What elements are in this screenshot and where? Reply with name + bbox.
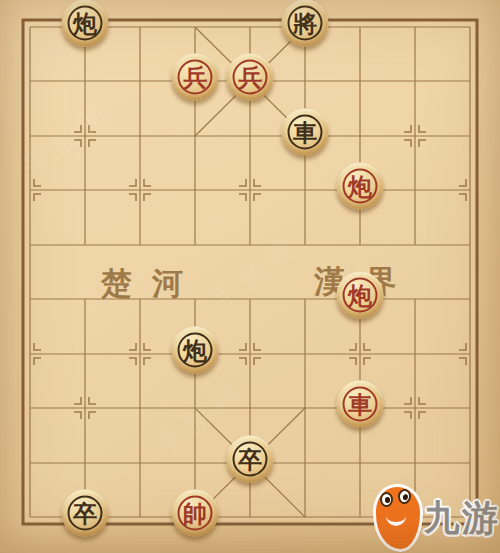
piece-red-chariot[interactable]: 車 <box>337 381 384 428</box>
piece-ring: 炮 <box>68 6 103 41</box>
mascot-left-eye-icon <box>380 492 393 507</box>
logo-text: 九游 <box>424 494 500 543</box>
piece-red-cannon[interactable]: 炮 <box>337 163 384 210</box>
piece-red-general[interactable]: 帥 <box>172 490 219 537</box>
piece-ring: 車 <box>288 115 323 150</box>
piece-red-cannon[interactable]: 炮 <box>337 272 384 319</box>
piece-ring: 帥 <box>178 496 213 531</box>
piece-glyph: 將 <box>293 11 317 35</box>
piece-black-cannon[interactable]: 炮 <box>62 0 109 47</box>
piece-glyph: 兵 <box>238 65 262 89</box>
piece-ring: 卒 <box>233 442 268 477</box>
piece-black-cannon[interactable]: 炮 <box>172 327 219 374</box>
piece-red-soldier[interactable]: 兵 <box>227 54 274 101</box>
piece-glyph: 兵 <box>183 65 207 89</box>
piece-ring: 炮 <box>343 169 378 204</box>
piece-glyph: 炮 <box>348 174 372 198</box>
piece-glyph: 卒 <box>73 501 97 525</box>
river-label-chu-he: 楚河 <box>101 263 203 305</box>
piece-red-soldier[interactable]: 兵 <box>172 54 219 101</box>
piece-ring: 炮 <box>178 333 213 368</box>
piece-black-chariot[interactable]: 車 <box>282 109 329 156</box>
xiangqi-screenshot: 楚河 漢界 手游网 手游网 手游网 炮將兵兵車炮炮炮車卒卒帥 九游 <box>0 0 500 553</box>
piece-glyph: 帥 <box>183 501 207 525</box>
piece-ring: 炮 <box>343 278 378 313</box>
piece-ring: 將 <box>288 6 323 41</box>
piece-glyph: 炮 <box>73 11 97 35</box>
jiuyou-logo: 九游 <box>376 487 500 549</box>
piece-ring: 卒 <box>68 496 103 531</box>
piece-glyph: 炮 <box>183 338 207 362</box>
mascot-right-eye-icon <box>397 488 412 505</box>
piece-black-soldier[interactable]: 卒 <box>62 490 109 537</box>
piece-glyph: 卒 <box>238 447 262 471</box>
piece-black-general[interactable]: 將 <box>282 0 329 47</box>
piece-glyph: 炮 <box>348 283 372 307</box>
piece-ring: 兵 <box>233 60 268 95</box>
piece-glyph: 車 <box>348 392 372 416</box>
piece-glyph: 車 <box>293 120 317 144</box>
piece-black-soldier[interactable]: 卒 <box>227 436 274 483</box>
logo-mascot-icon <box>376 487 420 549</box>
mascot-smile-icon <box>386 511 406 526</box>
piece-ring: 車 <box>343 387 378 422</box>
piece-ring: 兵 <box>178 60 213 95</box>
